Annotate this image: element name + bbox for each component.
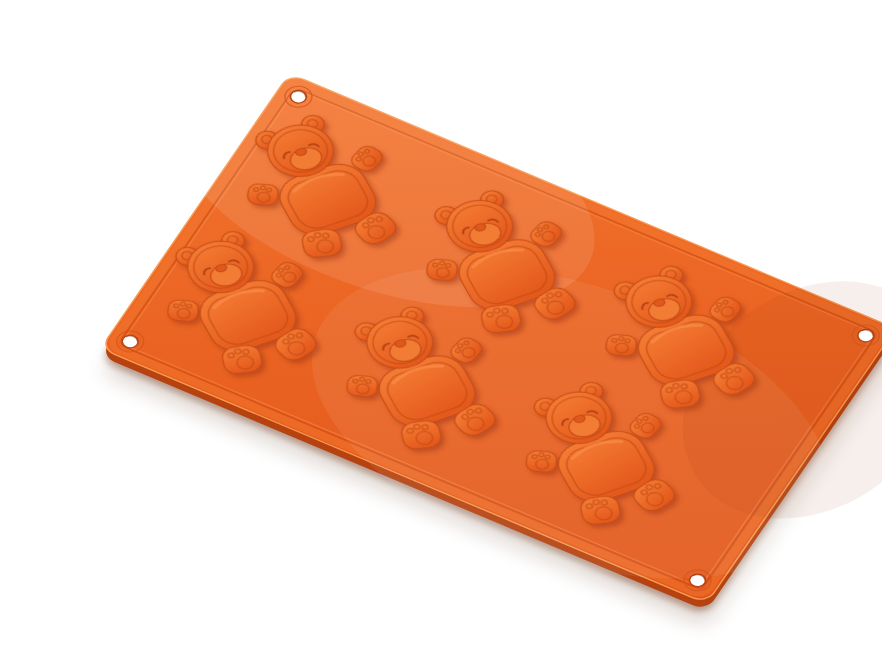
product-photo (40, 16, 882, 662)
product-photo-stage: Orange silicone baking mold with six ted… (40, 16, 882, 662)
